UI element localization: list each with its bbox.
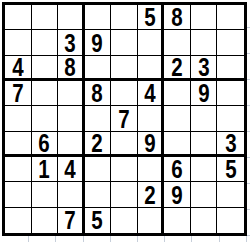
cell-r4c3[interactable] [58, 81, 85, 106]
cell-r7c3[interactable]: 4 [58, 157, 85, 182]
cell-r8c2[interactable] [32, 182, 59, 207]
cell-r3c8[interactable]: 3 [191, 56, 218, 81]
given-digit: 4 [64, 157, 75, 182]
cell-r9c4[interactable]: 5 [85, 208, 112, 233]
cell-r9c1[interactable] [5, 208, 32, 233]
cell-r2c6[interactable] [138, 30, 165, 55]
given-digit: 7 [118, 106, 129, 131]
given-digit: 1 [39, 157, 50, 182]
cell-r5c8[interactable] [191, 106, 218, 131]
cell-r8c6[interactable]: 2 [138, 182, 165, 207]
cell-r9c9[interactable] [217, 208, 244, 233]
cell-r5c6[interactable] [138, 106, 165, 131]
cell-r6c2[interactable]: 6 [32, 132, 59, 157]
cell-r8c9[interactable] [217, 182, 244, 207]
cell-r1c1[interactable] [5, 5, 32, 30]
sudoku-screenshot: 5839482378497629314652975 [0, 0, 250, 242]
cell-r5c4[interactable] [85, 106, 112, 131]
cell-r1c4[interactable] [85, 5, 112, 30]
cell-r5c1[interactable] [5, 106, 32, 131]
cell-r1c5[interactable] [111, 5, 138, 30]
cell-r7c5[interactable] [111, 157, 138, 182]
cell-r9c6[interactable] [138, 208, 165, 233]
given-digit: 4 [144, 81, 155, 106]
given-digit: 9 [92, 30, 103, 55]
cell-r6c8[interactable] [191, 132, 218, 157]
given-digit: 4 [12, 56, 23, 80]
cell-r2c1[interactable] [5, 30, 32, 55]
cell-r5c3[interactable] [58, 106, 85, 131]
cell-r7c9[interactable]: 5 [217, 157, 244, 182]
given-digit: 5 [144, 5, 155, 30]
given-digit: 8 [171, 5, 182, 30]
cell-r3c6[interactable] [138, 56, 165, 81]
cell-r4c1[interactable]: 7 [5, 81, 32, 106]
cell-r9c5[interactable] [111, 208, 138, 233]
cell-r7c7[interactable]: 6 [164, 157, 191, 182]
cell-r3c9[interactable] [217, 56, 244, 81]
cell-r9c7[interactable] [164, 208, 191, 233]
given-digit: 3 [225, 132, 236, 156]
cell-r5c5[interactable]: 7 [111, 106, 138, 131]
cell-r6c9[interactable]: 3 [217, 132, 244, 157]
cell-r2c9[interactable] [217, 30, 244, 55]
cell-r5c2[interactable] [32, 106, 59, 131]
cell-r4c8[interactable]: 9 [191, 81, 218, 106]
cell-r4c9[interactable] [217, 81, 244, 106]
given-digit: 9 [171, 182, 182, 207]
cell-r8c3[interactable] [58, 182, 85, 207]
cell-r8c8[interactable] [191, 182, 218, 207]
cell-r4c7[interactable] [164, 81, 191, 106]
cell-r8c4[interactable] [85, 182, 112, 207]
sudoku-board: 5839482378497629314652975 [2, 2, 247, 236]
cell-r3c1[interactable]: 4 [5, 56, 32, 81]
cell-r1c6[interactable]: 5 [138, 5, 165, 30]
cell-r2c5[interactable] [111, 30, 138, 55]
cell-r7c8[interactable] [191, 157, 218, 182]
cell-r4c2[interactable] [32, 81, 59, 106]
cell-r1c9[interactable] [217, 5, 244, 30]
given-digit: 2 [171, 56, 182, 80]
cell-r6c3[interactable] [58, 132, 85, 157]
cell-r5c9[interactable] [217, 106, 244, 131]
cell-r6c4[interactable]: 2 [85, 132, 112, 157]
cell-r7c1[interactable] [5, 157, 32, 182]
given-digit: 2 [92, 132, 103, 156]
given-digit: 7 [12, 81, 23, 106]
cell-r2c2[interactable] [32, 30, 59, 55]
cell-r1c3[interactable] [58, 5, 85, 30]
cell-r4c5[interactable] [111, 81, 138, 106]
cell-r7c2[interactable]: 1 [32, 157, 59, 182]
given-digit: 7 [64, 208, 75, 233]
given-digit: 5 [92, 208, 103, 233]
cell-r6c1[interactable] [5, 132, 32, 157]
cell-r8c1[interactable] [5, 182, 32, 207]
cell-r3c2[interactable] [32, 56, 59, 81]
given-digit: 2 [144, 182, 155, 207]
given-digit: 3 [198, 56, 209, 80]
cell-r7c6[interactable] [138, 157, 165, 182]
cell-r9c8[interactable] [191, 208, 218, 233]
given-digit: 3 [64, 30, 75, 55]
cell-r7c4[interactable] [85, 157, 112, 182]
cell-r8c5[interactable] [111, 182, 138, 207]
cell-r2c3[interactable]: 3 [58, 30, 85, 55]
cell-r1c7[interactable]: 8 [164, 5, 191, 30]
cell-r1c8[interactable] [191, 5, 218, 30]
given-digit: 8 [92, 81, 103, 106]
given-digit: 6 [39, 132, 50, 156]
cell-r9c3[interactable]: 7 [58, 208, 85, 233]
cell-r6c7[interactable] [164, 132, 191, 157]
cell-r2c4[interactable]: 9 [85, 30, 112, 55]
cell-r6c5[interactable] [111, 132, 138, 157]
given-digit: 5 [225, 157, 236, 182]
cell-r5c7[interactable] [164, 106, 191, 131]
cell-r9c2[interactable] [32, 208, 59, 233]
cell-r4c6[interactable]: 4 [138, 81, 165, 106]
cell-r3c7[interactable]: 2 [164, 56, 191, 81]
cell-r3c4[interactable] [85, 56, 112, 81]
cell-r2c7[interactable] [164, 30, 191, 55]
cell-r3c3[interactable]: 8 [58, 56, 85, 81]
cell-r2c8[interactable] [191, 30, 218, 55]
cell-r4c4[interactable]: 8 [85, 81, 112, 106]
given-digit: 8 [64, 56, 75, 80]
given-digit: 9 [144, 132, 155, 156]
cell-r6c6[interactable]: 9 [138, 132, 165, 157]
given-digit: 6 [171, 157, 182, 182]
cell-r3c5[interactable] [111, 56, 138, 81]
given-digit: 9 [198, 81, 209, 106]
cell-r1c2[interactable] [32, 5, 59, 30]
cell-r8c7[interactable]: 9 [164, 182, 191, 207]
